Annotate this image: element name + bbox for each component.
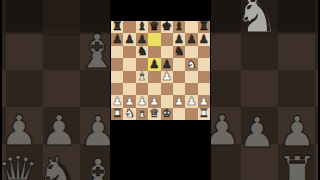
white-queen-icon: ♛ bbox=[149, 108, 159, 120]
square-b4[interactable] bbox=[123, 71, 135, 83]
bg-panel-right: ♞♟♟♟♜ bbox=[211, 0, 320, 180]
white-pawn-icon: ♟ bbox=[186, 95, 196, 107]
white-knight-icon: ♞ bbox=[124, 108, 134, 120]
black-king-icon: ♚ bbox=[161, 21, 171, 33]
white-bishop-icon: ♝ bbox=[137, 108, 147, 120]
square-f1[interactable] bbox=[173, 108, 185, 120]
white-rook-icon: ♜ bbox=[112, 108, 122, 120]
square-d7[interactable] bbox=[148, 33, 160, 45]
square-e3[interactable] bbox=[161, 83, 173, 95]
black-pawn-icon: ♟ bbox=[112, 33, 122, 45]
square-h7[interactable]: ♟ bbox=[198, 33, 210, 45]
black-queen-icon: ♛ bbox=[149, 21, 159, 33]
black-pawn-icon: ♟ bbox=[199, 33, 209, 45]
bg-knight-icon: ♞ bbox=[36, 150, 79, 180]
bg-bishop-icon: ♝ bbox=[75, 27, 110, 75]
bg-pawn-icon: ♟ bbox=[211, 110, 241, 152]
black-pawn-icon: ♟ bbox=[149, 58, 159, 70]
bg-pawn-icon: ♟ bbox=[238, 112, 276, 154]
square-g7[interactable]: ♟ bbox=[185, 33, 197, 45]
black-pawn-icon: ♟ bbox=[186, 33, 196, 45]
square-g2[interactable]: ♟ bbox=[185, 95, 197, 107]
chess-board[interactable]: ♜♝♛♚♝♜♟♟♟♟♟♟♞♞♟♟♞♝♟♟♟♟♟♟♟♟♜♞♝♛♚♜ bbox=[111, 21, 210, 120]
square-c4[interactable]: ♝ bbox=[136, 71, 148, 83]
square-e7[interactable] bbox=[161, 33, 173, 45]
square-d8[interactable]: ♛ bbox=[148, 21, 160, 33]
square-h1[interactable]: ♜ bbox=[198, 108, 210, 120]
bg-rook-icon: ♜ bbox=[276, 150, 317, 180]
video-frame: ♝♟♟♟♛♞♝ ♞♟♟♟♜ ♜♝♛♚♝♜♟♟♟♟♟♟♞♞♟♟♞♝♟♟♟♟♟♟♟♟… bbox=[0, 0, 320, 180]
white-pawn-icon: ♟ bbox=[161, 70, 171, 82]
square-h4[interactable] bbox=[198, 71, 210, 83]
square-f6[interactable]: ♞ bbox=[173, 46, 185, 58]
center-strip: ♜♝♛♚♝♜♟♟♟♟♟♟♞♞♟♟♞♝♟♟♟♟♟♟♟♟♜♞♝♛♚♜ bbox=[110, 0, 211, 180]
square-f4[interactable] bbox=[173, 71, 185, 83]
bg-bishop-icon: ♝ bbox=[76, 152, 110, 180]
square-g1[interactable] bbox=[185, 108, 197, 120]
square-h6[interactable] bbox=[198, 46, 210, 58]
square-f2[interactable]: ♟ bbox=[173, 95, 185, 107]
square-h5[interactable] bbox=[198, 58, 210, 70]
square-g4[interactable] bbox=[185, 71, 197, 83]
square-c1[interactable]: ♝ bbox=[136, 108, 148, 120]
white-bishop-icon: ♝ bbox=[137, 70, 147, 82]
white-pawn-icon: ♟ bbox=[174, 95, 184, 107]
square-e8[interactable]: ♚ bbox=[161, 21, 173, 33]
bg-knight-icon: ♞ bbox=[235, 0, 280, 40]
bg-pawn-icon: ♟ bbox=[79, 111, 110, 153]
square-a4[interactable] bbox=[111, 71, 123, 83]
black-pawn-icon: ♟ bbox=[124, 33, 134, 45]
square-g5[interactable]: ♞ bbox=[185, 58, 197, 70]
square-e4[interactable]: ♟ bbox=[161, 71, 173, 83]
square-a5[interactable] bbox=[111, 58, 123, 70]
square-b1[interactable]: ♞ bbox=[123, 108, 135, 120]
white-knight-icon: ♞ bbox=[186, 58, 196, 70]
square-d4[interactable] bbox=[148, 71, 160, 83]
bg-queen-icon: ♛ bbox=[0, 149, 40, 180]
square-b7[interactable]: ♟ bbox=[123, 33, 135, 45]
black-knight-icon: ♞ bbox=[174, 46, 184, 58]
square-d1[interactable]: ♛ bbox=[148, 108, 160, 120]
square-d5[interactable]: ♟ bbox=[148, 58, 160, 70]
square-a1[interactable]: ♜ bbox=[111, 108, 123, 120]
square-c6[interactable]: ♞ bbox=[136, 46, 148, 58]
square-a7[interactable]: ♟ bbox=[111, 33, 123, 45]
square-b5[interactable] bbox=[123, 58, 135, 70]
bg-panel-left: ♝♟♟♟♛♞♝ bbox=[0, 0, 110, 180]
square-b6[interactable] bbox=[123, 46, 135, 58]
square-f5[interactable] bbox=[173, 58, 185, 70]
white-rook-icon: ♜ bbox=[199, 108, 209, 120]
square-a6[interactable] bbox=[111, 46, 123, 58]
left-letterbox-edge bbox=[0, 0, 2, 180]
white-king-icon: ♚ bbox=[161, 108, 171, 120]
square-e1[interactable]: ♚ bbox=[161, 108, 173, 120]
black-knight-icon: ♞ bbox=[137, 46, 147, 58]
